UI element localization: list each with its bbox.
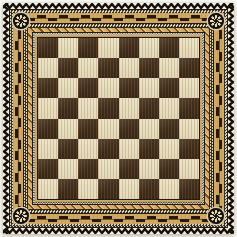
corner-rosette-icon <box>208 208 224 224</box>
square-d6[interactable] <box>98 78 118 98</box>
square-b5[interactable] <box>58 98 78 118</box>
square-a8[interactable] <box>38 38 58 58</box>
meander-top-strip <box>13 13 224 23</box>
square-g2[interactable] <box>159 159 179 179</box>
corner-rosette-icon <box>208 13 224 29</box>
square-c4[interactable] <box>78 119 98 139</box>
square-b2[interactable] <box>58 159 78 179</box>
zigzag-right-strip <box>228 3 234 234</box>
square-e5[interactable] <box>119 98 139 118</box>
square-f1[interactable] <box>139 179 159 199</box>
square-d4[interactable] <box>98 119 118 139</box>
square-f6[interactable] <box>139 78 159 98</box>
square-a1[interactable] <box>38 179 58 199</box>
square-e3[interactable] <box>119 139 139 159</box>
square-h2[interactable] <box>179 159 199 179</box>
square-h8[interactable] <box>179 38 199 58</box>
square-b4[interactable] <box>58 119 78 139</box>
square-d2[interactable] <box>98 159 118 179</box>
square-c7[interactable] <box>78 58 98 78</box>
square-b8[interactable] <box>58 38 78 58</box>
square-a6[interactable] <box>38 78 58 98</box>
square-h6[interactable] <box>179 78 199 98</box>
square-a5[interactable] <box>38 98 58 118</box>
square-g3[interactable] <box>159 139 179 159</box>
square-c8[interactable] <box>78 38 98 58</box>
square-a7[interactable] <box>38 58 58 78</box>
square-f7[interactable] <box>139 58 159 78</box>
square-b3[interactable] <box>58 139 78 159</box>
square-f2[interactable] <box>139 159 159 179</box>
square-a2[interactable] <box>38 159 58 179</box>
square-e6[interactable] <box>119 78 139 98</box>
square-d8[interactable] <box>98 38 118 58</box>
square-h4[interactable] <box>179 119 199 139</box>
square-f8[interactable] <box>139 38 159 58</box>
zigzag-bottom-strip <box>3 228 234 234</box>
square-c6[interactable] <box>78 78 98 98</box>
square-g8[interactable] <box>159 38 179 58</box>
square-h5[interactable] <box>179 98 199 118</box>
square-c2[interactable] <box>78 159 98 179</box>
square-a4[interactable] <box>38 119 58 139</box>
meander-bottom-strip <box>13 214 224 224</box>
square-d3[interactable] <box>98 139 118 159</box>
square-c1[interactable] <box>78 179 98 199</box>
chessboard-photo <box>0 0 237 237</box>
square-b1[interactable] <box>58 179 78 199</box>
square-e7[interactable] <box>119 58 139 78</box>
corner-rosette-icon <box>13 13 29 29</box>
square-d1[interactable] <box>98 179 118 199</box>
square-e2[interactable] <box>119 159 139 179</box>
board-object <box>3 3 234 234</box>
square-g1[interactable] <box>159 179 179 199</box>
square-b7[interactable] <box>58 58 78 78</box>
square-f5[interactable] <box>139 98 159 118</box>
square-g7[interactable] <box>159 58 179 78</box>
square-c3[interactable] <box>78 139 98 159</box>
chessboard-grid <box>37 37 200 200</box>
square-g6[interactable] <box>159 78 179 98</box>
square-e1[interactable] <box>119 179 139 199</box>
square-h3[interactable] <box>179 139 199 159</box>
square-h7[interactable] <box>179 58 199 78</box>
square-g5[interactable] <box>159 98 179 118</box>
meander-left-strip <box>13 13 23 224</box>
square-d5[interactable] <box>98 98 118 118</box>
square-e4[interactable] <box>119 119 139 139</box>
square-f4[interactable] <box>139 119 159 139</box>
square-d7[interactable] <box>98 58 118 78</box>
square-h1[interactable] <box>179 179 199 199</box>
square-c5[interactable] <box>78 98 98 118</box>
square-b6[interactable] <box>58 78 78 98</box>
square-g4[interactable] <box>159 119 179 139</box>
square-f3[interactable] <box>139 139 159 159</box>
square-e8[interactable] <box>119 38 139 58</box>
meander-right-strip <box>214 13 224 224</box>
corner-rosette-icon <box>13 208 29 224</box>
square-a3[interactable] <box>38 139 58 159</box>
